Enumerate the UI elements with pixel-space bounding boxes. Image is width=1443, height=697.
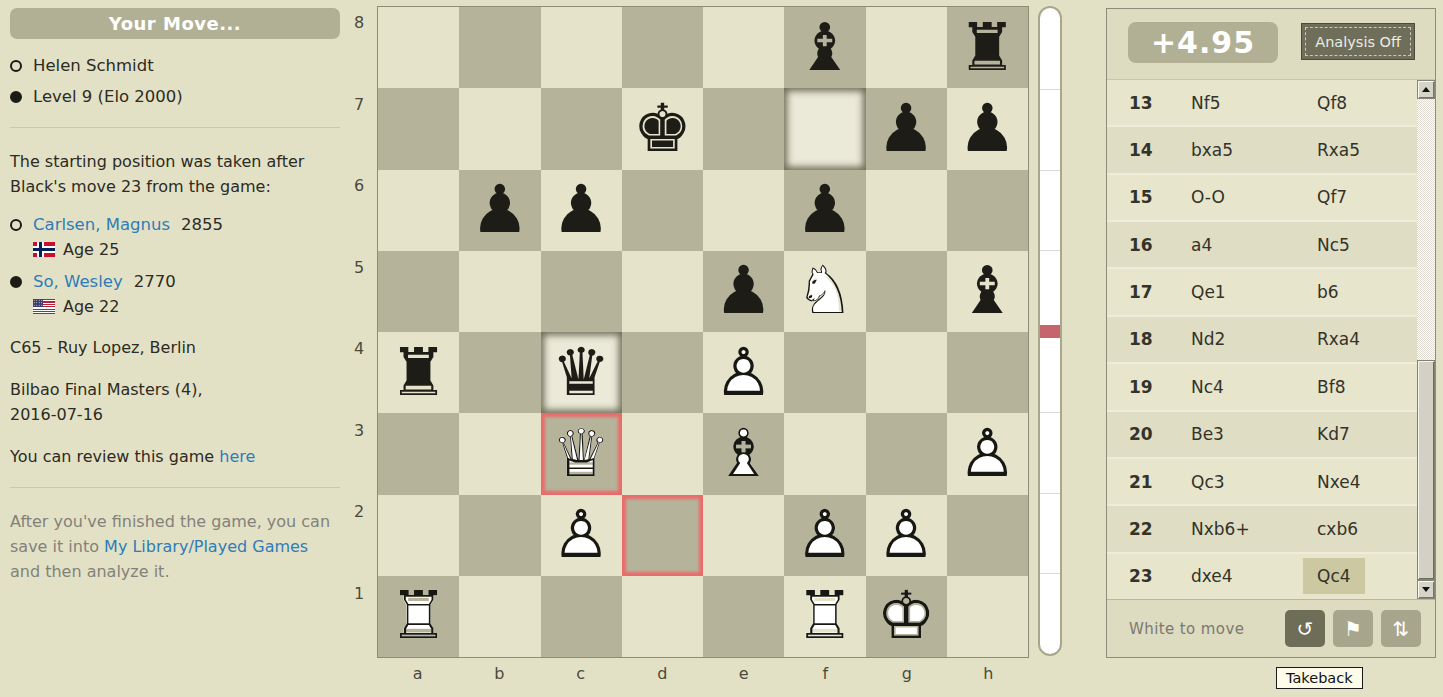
white-player-row: Helen Schmidt bbox=[10, 56, 340, 75]
white-queen[interactable]: ♛♕ bbox=[541, 413, 622, 494]
move-number: 15 bbox=[1129, 187, 1191, 207]
square-c6[interactable]: ♟ bbox=[541, 170, 622, 251]
event-date: 2016-07-16 bbox=[10, 405, 103, 424]
square-b4[interactable] bbox=[459, 332, 540, 413]
move-row-23: 23dxe4Qc4 bbox=[1107, 552, 1417, 599]
eval-gridline bbox=[1040, 170, 1060, 171]
square-f3[interactable] bbox=[784, 413, 865, 494]
undo-icon: ↺ bbox=[1297, 617, 1314, 641]
square-g5[interactable] bbox=[866, 251, 947, 332]
square-e7[interactable] bbox=[703, 88, 784, 169]
square-h8[interactable]: ♜ bbox=[947, 7, 1028, 88]
square-b8[interactable] bbox=[459, 7, 540, 88]
square-c5[interactable] bbox=[541, 251, 622, 332]
square-h1[interactable] bbox=[947, 576, 1028, 657]
square-e8[interactable] bbox=[703, 7, 784, 88]
move-row-17: 17Qe1b6 bbox=[1107, 267, 1417, 314]
flag-icon: ⚑ bbox=[1344, 617, 1362, 641]
white-move-22[interactable]: Nxb6+ bbox=[1191, 519, 1303, 539]
event-info: Bilbao Final Masters (4), 2016-07-16 bbox=[10, 377, 340, 427]
rank-label-1: 1 bbox=[344, 577, 374, 659]
move-number: 22 bbox=[1129, 519, 1191, 539]
square-f2[interactable]: ♟♙ bbox=[784, 495, 865, 576]
move-list: 13Nf5Qf814bxa5Rxa515O-OQf716a4Nc517Qe1b6… bbox=[1107, 80, 1435, 599]
flip-icon: ⇅ bbox=[1393, 617, 1410, 641]
black-rook[interactable]: ♜ bbox=[378, 332, 459, 413]
square-g6[interactable] bbox=[866, 170, 947, 251]
black-move-17[interactable]: b6 bbox=[1303, 274, 1417, 310]
white-move-21[interactable]: Qc3 bbox=[1191, 472, 1303, 492]
resign-button[interactable]: ⚑ bbox=[1333, 610, 1373, 647]
square-e3[interactable]: ♝♗ bbox=[703, 413, 784, 494]
square-f7[interactable] bbox=[784, 88, 865, 169]
black-pawn[interactable]: ♟ bbox=[784, 170, 865, 251]
square-g1[interactable]: ♚♔ bbox=[866, 576, 947, 657]
black-pawn[interactable]: ♟ bbox=[866, 88, 947, 169]
file-label-f: f bbox=[785, 660, 867, 688]
square-c8[interactable] bbox=[541, 7, 622, 88]
rank-label-4: 4 bbox=[344, 332, 374, 414]
black-move-14[interactable]: Rxa5 bbox=[1303, 132, 1417, 168]
white-color-icon bbox=[10, 219, 22, 231]
white-move-16[interactable]: a4 bbox=[1191, 235, 1303, 255]
square-c2[interactable]: ♟♙ bbox=[541, 495, 622, 576]
move-row-18: 18Nd2Rxa4 bbox=[1107, 315, 1417, 362]
move-number: 21 bbox=[1129, 472, 1191, 492]
square-h4[interactable] bbox=[947, 332, 1028, 413]
black-player-row: Level 9 (Elo 2000) bbox=[10, 87, 340, 106]
black-move-23[interactable]: Qc4 bbox=[1303, 558, 1417, 594]
review-text: You can review this game bbox=[10, 447, 219, 466]
square-a7[interactable] bbox=[378, 88, 459, 169]
move-number: 16 bbox=[1129, 235, 1191, 255]
move-number: 20 bbox=[1129, 424, 1191, 444]
intro-text: The starting position was taken after Bl… bbox=[10, 149, 340, 199]
source-white-player-link[interactable]: Carlsen, Magnus bbox=[33, 215, 170, 234]
square-d5[interactable] bbox=[622, 251, 703, 332]
black-move-15[interactable]: Qf7 bbox=[1303, 179, 1417, 215]
square-a5[interactable] bbox=[378, 251, 459, 332]
black-color-icon bbox=[10, 91, 22, 103]
move-row-14: 14bxa5Rxa5 bbox=[1107, 125, 1417, 172]
source-white-age: Age 25 bbox=[63, 240, 119, 259]
move-row-16: 16a4Nc5 bbox=[1107, 220, 1417, 267]
square-b6[interactable]: ♟ bbox=[459, 170, 540, 251]
white-move-19[interactable]: Nc4 bbox=[1191, 377, 1303, 397]
source-white-rating: 2855 bbox=[181, 215, 223, 234]
square-b5[interactable] bbox=[459, 251, 540, 332]
white-move-13[interactable]: Nf5 bbox=[1191, 93, 1303, 113]
square-c1[interactable] bbox=[541, 576, 622, 657]
square-c4[interactable]: ♛ bbox=[541, 332, 622, 413]
square-h5[interactable]: ♝ bbox=[947, 251, 1028, 332]
square-a4[interactable]: ♜ bbox=[378, 332, 459, 413]
black-move-19[interactable]: Bf8 bbox=[1303, 369, 1417, 405]
square-f8[interactable]: ♝ bbox=[784, 7, 865, 88]
file-label-a: a bbox=[377, 660, 459, 688]
rank-label-2: 2 bbox=[344, 495, 374, 577]
eval-bar bbox=[1038, 6, 1062, 656]
move-number: 17 bbox=[1129, 282, 1191, 302]
review-here-link[interactable]: here bbox=[219, 447, 255, 466]
file-label-g: g bbox=[866, 660, 948, 688]
white-knight[interactable]: ♞♘ bbox=[784, 251, 865, 332]
square-g8[interactable] bbox=[866, 7, 947, 88]
down-arrow-icon bbox=[1422, 587, 1430, 592]
black-bishop[interactable]: ♝ bbox=[947, 251, 1028, 332]
eval-gridline bbox=[1040, 412, 1060, 413]
file-label-d: d bbox=[622, 660, 704, 688]
white-move-20[interactable]: Be3 bbox=[1191, 424, 1303, 444]
black-player-name: Level 9 (Elo 2000) bbox=[33, 87, 183, 106]
flip-board-button[interactable]: ⇅ bbox=[1381, 610, 1421, 647]
square-g3[interactable] bbox=[866, 413, 947, 494]
rank-label-6: 6 bbox=[344, 169, 374, 251]
move-row-22: 22Nxb6+cxb6 bbox=[1107, 504, 1417, 551]
square-h7[interactable]: ♟ bbox=[947, 88, 1028, 169]
source-black-age: Age 22 bbox=[63, 297, 119, 316]
black-move-13[interactable]: Qf8 bbox=[1303, 85, 1417, 121]
black-pawn[interactable]: ♟ bbox=[459, 170, 540, 251]
white-rook[interactable]: ♜♖ bbox=[784, 576, 865, 657]
scrollbar-thumb[interactable] bbox=[1417, 360, 1435, 580]
takeback-tooltip: Takeback bbox=[1276, 667, 1363, 689]
analysis-toggle-button[interactable]: Analysis Off bbox=[1301, 23, 1415, 60]
scroll-down-button[interactable] bbox=[1417, 580, 1435, 599]
black-pawn[interactable]: ♟ bbox=[541, 170, 622, 251]
square-f5[interactable]: ♞♘ bbox=[784, 251, 865, 332]
source-black-player-link[interactable]: So, Wesley bbox=[33, 272, 123, 291]
white-bishop[interactable]: ♝♗ bbox=[703, 413, 784, 494]
square-b2[interactable] bbox=[459, 495, 540, 576]
file-label-b: b bbox=[459, 660, 541, 688]
analysis-panel: +4.95 Analysis Off 13Nf5Qf814bxa5Rxa515O… bbox=[1106, 8, 1436, 658]
square-d1[interactable] bbox=[622, 576, 703, 657]
move-row-15: 15O-OQf7 bbox=[1107, 173, 1417, 220]
square-e2[interactable] bbox=[703, 495, 784, 576]
event-name: Bilbao Final Masters (4), bbox=[10, 380, 202, 399]
eval-marker bbox=[1040, 325, 1060, 338]
square-h6[interactable] bbox=[947, 170, 1028, 251]
move-number: 19 bbox=[1129, 377, 1191, 397]
turn-status: White to move bbox=[1129, 620, 1277, 638]
square-d2[interactable] bbox=[622, 495, 703, 576]
move-row-21: 21Qc3Nxe4 bbox=[1107, 457, 1417, 504]
black-move-21[interactable]: Nxe4 bbox=[1303, 464, 1417, 500]
square-e4[interactable]: ♟♙ bbox=[703, 332, 784, 413]
black-color-icon bbox=[10, 276, 22, 288]
white-rook[interactable]: ♜♖ bbox=[378, 576, 459, 657]
rank-label-5: 5 bbox=[344, 251, 374, 333]
move-row-13: 13Nf5Qf8 bbox=[1107, 80, 1417, 125]
evaluation-badge: +4.95 bbox=[1128, 22, 1278, 63]
black-move-18[interactable]: Rxa4 bbox=[1303, 321, 1417, 357]
move-number: 14 bbox=[1129, 140, 1191, 160]
black-king[interactable]: ♚ bbox=[622, 88, 703, 169]
rank-labels: 87654321 bbox=[344, 6, 374, 658]
white-move-18[interactable]: Nd2 bbox=[1191, 329, 1303, 349]
move-row-19: 19Nc4Bf8 bbox=[1107, 362, 1417, 409]
move-number: 18 bbox=[1129, 329, 1191, 349]
square-e5[interactable]: ♟ bbox=[703, 251, 784, 332]
square-g4[interactable] bbox=[866, 332, 947, 413]
white-move-23[interactable]: dxe4 bbox=[1191, 566, 1303, 586]
move-list-scrollbar[interactable] bbox=[1417, 80, 1435, 599]
square-d6[interactable] bbox=[622, 170, 703, 251]
square-a1[interactable]: ♜♖ bbox=[378, 576, 459, 657]
square-a6[interactable] bbox=[378, 170, 459, 251]
review-line: You can review this game here bbox=[10, 447, 340, 466]
square-c7[interactable] bbox=[541, 88, 622, 169]
us-flag-icon bbox=[33, 299, 55, 314]
white-move-15[interactable]: O-O bbox=[1191, 187, 1303, 207]
file-label-c: c bbox=[540, 660, 622, 688]
panel-footer: White to move ↺ ⚑ ⇅ bbox=[1107, 599, 1435, 657]
square-a2[interactable] bbox=[378, 495, 459, 576]
move-status-banner: Your Move... bbox=[10, 8, 340, 39]
divider bbox=[10, 127, 340, 128]
source-black-row: So, Wesley 2770 Age 22 bbox=[10, 272, 340, 316]
square-f4[interactable] bbox=[784, 332, 865, 413]
square-h3[interactable]: ♟♙ bbox=[947, 413, 1028, 494]
file-labels: abcdefgh bbox=[377, 660, 1029, 688]
black-bishop[interactable]: ♝ bbox=[784, 7, 865, 88]
square-e1[interactable] bbox=[703, 576, 784, 657]
square-f6[interactable]: ♟ bbox=[784, 170, 865, 251]
black-pawn[interactable]: ♟ bbox=[703, 251, 784, 332]
outro-line: After you've finished the game, you can … bbox=[10, 509, 340, 584]
white-pawn[interactable]: ♟♙ bbox=[703, 332, 784, 413]
square-f1[interactable]: ♜♖ bbox=[784, 576, 865, 657]
square-d8[interactable] bbox=[622, 7, 703, 88]
eval-gridline bbox=[1040, 250, 1060, 251]
square-d7[interactable]: ♚ bbox=[622, 88, 703, 169]
white-pawn[interactable]: ♟♙ bbox=[784, 495, 865, 576]
chess-board: ♝♜♚♟♟♟♟♟♟♞♘♝♜♛♟♙♛♕♝♗♟♙♟♙♟♙♟♙♜♖♜♖♚♔ bbox=[377, 6, 1029, 658]
black-move-20[interactable]: Kd7 bbox=[1303, 416, 1417, 452]
norway-flag-icon bbox=[33, 242, 55, 257]
square-c3[interactable]: ♛♕ bbox=[541, 413, 622, 494]
black-queen[interactable]: ♛ bbox=[541, 332, 622, 413]
eval-gridline bbox=[1040, 573, 1060, 574]
white-pawn[interactable]: ♟♙ bbox=[541, 495, 622, 576]
square-b7[interactable] bbox=[459, 88, 540, 169]
rank-label-3: 3 bbox=[344, 414, 374, 496]
square-d3[interactable] bbox=[622, 413, 703, 494]
white-move-14[interactable]: bxa5 bbox=[1191, 140, 1303, 160]
white-move-17[interactable]: Qe1 bbox=[1191, 282, 1303, 302]
sidebar: Your Move... Helen Schmidt Level 9 (Elo … bbox=[10, 8, 340, 584]
white-player-name: Helen Schmidt bbox=[33, 56, 154, 75]
my-library-link[interactable]: My Library/Played Games bbox=[104, 537, 308, 556]
black-pawn[interactable]: ♟ bbox=[947, 88, 1028, 169]
takeback-button[interactable]: ↺ bbox=[1285, 610, 1325, 647]
opening-name: C65 - Ruy Lopez, Berlin bbox=[10, 338, 340, 357]
black-move-22[interactable]: cxb6 bbox=[1303, 511, 1417, 547]
outro-text-2: and then analyze it. bbox=[10, 562, 169, 581]
white-color-icon bbox=[10, 60, 22, 72]
square-b3[interactable] bbox=[459, 413, 540, 494]
square-a3[interactable] bbox=[378, 413, 459, 494]
white-pawn[interactable]: ♟♙ bbox=[866, 495, 947, 576]
black-move-16[interactable]: Nc5 bbox=[1303, 227, 1417, 263]
square-b1[interactable] bbox=[459, 576, 540, 657]
move-number: 23 bbox=[1129, 566, 1191, 586]
square-h2[interactable] bbox=[947, 495, 1028, 576]
file-label-e: e bbox=[703, 660, 785, 688]
rank-label-8: 8 bbox=[344, 6, 374, 88]
move-status-text: Your Move... bbox=[109, 13, 241, 34]
eval-gridline bbox=[1040, 493, 1060, 494]
white-king[interactable]: ♚♔ bbox=[866, 576, 947, 657]
square-d4[interactable] bbox=[622, 332, 703, 413]
source-black-rating: 2770 bbox=[134, 272, 176, 291]
move-number: 13 bbox=[1129, 93, 1191, 113]
white-pawn[interactable]: ♟♙ bbox=[947, 413, 1028, 494]
divider bbox=[10, 487, 340, 488]
source-white-row: Carlsen, Magnus 2855 Age 25 bbox=[10, 215, 340, 259]
square-a8[interactable] bbox=[378, 7, 459, 88]
panel-header: +4.95 Analysis Off bbox=[1107, 9, 1435, 80]
black-rook[interactable]: ♜ bbox=[947, 7, 1028, 88]
square-g7[interactable]: ♟ bbox=[866, 88, 947, 169]
square-e6[interactable] bbox=[703, 170, 784, 251]
rank-label-7: 7 bbox=[344, 88, 374, 170]
up-arrow-icon bbox=[1422, 87, 1430, 92]
selected-move: Qc4 bbox=[1303, 558, 1365, 594]
file-label-h: h bbox=[948, 660, 1030, 688]
scroll-up-button[interactable] bbox=[1417, 80, 1435, 99]
eval-gridline bbox=[1040, 89, 1060, 90]
move-row-20: 20Be3Kd7 bbox=[1107, 410, 1417, 457]
square-g2[interactable]: ♟♙ bbox=[866, 495, 947, 576]
